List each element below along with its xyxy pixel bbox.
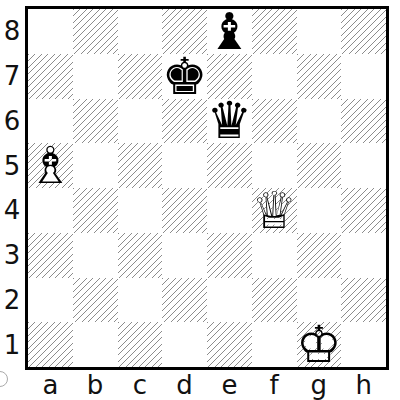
square-g5 — [297, 143, 342, 188]
square-g1: ♚♔ — [297, 322, 342, 367]
square-e2 — [207, 278, 252, 323]
file-label-b: b — [73, 370, 118, 400]
square-e4 — [207, 188, 252, 233]
square-g7 — [297, 54, 342, 99]
square-g8 — [297, 9, 342, 54]
square-h7 — [341, 54, 386, 99]
rank-labels: 87654321 — [0, 9, 24, 367]
square-c6 — [118, 99, 163, 144]
square-h2 — [341, 278, 386, 323]
square-e3 — [207, 233, 252, 278]
square-a1 — [28, 322, 73, 367]
square-b6 — [73, 99, 118, 144]
square-g3 — [297, 233, 342, 278]
square-a4 — [28, 188, 73, 233]
square-a2 — [28, 278, 73, 323]
square-a6 — [28, 99, 73, 144]
square-b3 — [73, 233, 118, 278]
piece-fill-white-queen-f4: ♛ — [252, 188, 297, 233]
square-e5 — [207, 143, 252, 188]
rank-label-1: 1 — [0, 322, 24, 367]
chess-diagram: 87654321 ♝♚♛♝♗♛♕♚♔ abcdefgh — [0, 0, 400, 400]
square-d5 — [162, 143, 207, 188]
square-d7: ♚ — [162, 54, 207, 99]
file-label-c: c — [118, 370, 163, 400]
file-label-d: d — [162, 370, 207, 400]
square-g4 — [297, 188, 342, 233]
square-d8 — [162, 9, 207, 54]
rank-label-4: 4 — [0, 188, 24, 233]
square-f1 — [252, 322, 297, 367]
square-f5 — [252, 143, 297, 188]
square-h8 — [341, 9, 386, 54]
piece-fill-white-king-g1: ♚ — [297, 322, 342, 367]
square-b8 — [73, 9, 118, 54]
piece-black-king-d7: ♚ — [162, 54, 207, 99]
rank-label-3: 3 — [0, 233, 24, 278]
square-h5 — [341, 143, 386, 188]
file-label-a: a — [28, 370, 73, 400]
square-b5 — [73, 143, 118, 188]
rank-label-8: 8 — [0, 9, 24, 54]
square-a3 — [28, 233, 73, 278]
piece-white-queen-f4: ♕ — [252, 188, 297, 233]
square-c2 — [118, 278, 163, 323]
square-d6 — [162, 99, 207, 144]
file-label-g: g — [297, 370, 342, 400]
chess-board: ♝♚♛♝♗♛♕♚♔ — [25, 6, 389, 370]
rank-label-2: 2 — [0, 278, 24, 323]
square-c3 — [118, 233, 163, 278]
square-d1 — [162, 322, 207, 367]
square-d2 — [162, 278, 207, 323]
square-f4: ♛♕ — [252, 188, 297, 233]
rank-label-6: 6 — [0, 99, 24, 144]
square-f8 — [252, 9, 297, 54]
file-label-h: h — [341, 370, 386, 400]
square-h6 — [341, 99, 386, 144]
file-label-f: f — [252, 370, 297, 400]
rank-label-7: 7 — [0, 54, 24, 99]
square-c1 — [118, 322, 163, 367]
square-b1 — [73, 322, 118, 367]
square-e8: ♝ — [207, 9, 252, 54]
file-labels: abcdefgh — [28, 370, 386, 398]
piece-white-bishop-a5: ♗ — [28, 143, 73, 188]
square-g2 — [297, 278, 342, 323]
square-h1 — [341, 322, 386, 367]
square-a5: ♝♗ — [28, 143, 73, 188]
square-d3 — [162, 233, 207, 278]
piece-black-bishop-e8: ♝ — [207, 9, 252, 54]
square-f6 — [252, 99, 297, 144]
edge-artifact — [0, 371, 8, 387]
square-b2 — [73, 278, 118, 323]
piece-fill-white-bishop-a5: ♝ — [28, 143, 73, 188]
square-b4 — [73, 188, 118, 233]
square-e6: ♛ — [207, 99, 252, 144]
square-h3 — [341, 233, 386, 278]
piece-black-queen-e6: ♛ — [207, 99, 252, 144]
square-d4 — [162, 188, 207, 233]
square-f3 — [252, 233, 297, 278]
square-h4 — [341, 188, 386, 233]
square-c4 — [118, 188, 163, 233]
square-g6 — [297, 99, 342, 144]
rank-label-5: 5 — [0, 143, 24, 188]
square-c8 — [118, 9, 163, 54]
square-f2 — [252, 278, 297, 323]
square-c5 — [118, 143, 163, 188]
square-e7 — [207, 54, 252, 99]
file-label-e: e — [207, 370, 252, 400]
piece-white-king-g1: ♔ — [297, 322, 342, 367]
square-a7 — [28, 54, 73, 99]
square-f7 — [252, 54, 297, 99]
square-c7 — [118, 54, 163, 99]
square-a8 — [28, 9, 73, 54]
square-b7 — [73, 54, 118, 99]
square-e1 — [207, 322, 252, 367]
